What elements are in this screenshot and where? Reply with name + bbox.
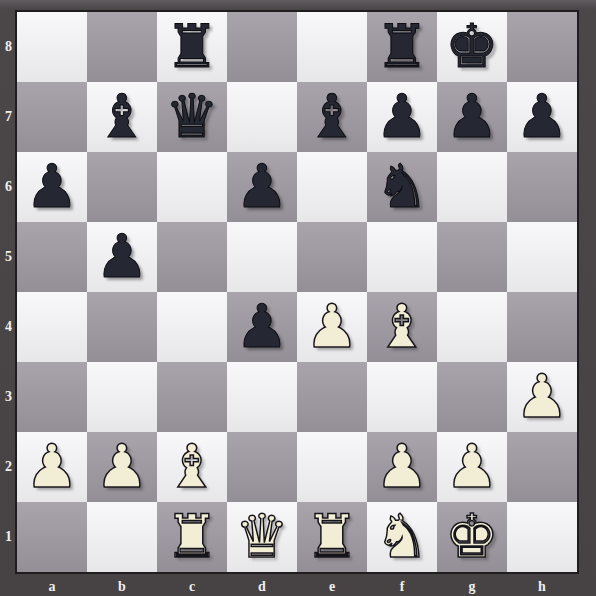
square-g4[interactable] (437, 292, 507, 362)
chess-board: ♜♜♚♝♛♝♟♟♟♟♟♞♟♟♟♝♟♟♟♝♟♟♜♛♜♞♚ (17, 12, 577, 572)
file-label-e: e (297, 577, 367, 596)
piece-white-pawn: ♟ (507, 362, 577, 432)
rank-label-4: 4 (0, 292, 17, 362)
square-f6[interactable]: ♞ (367, 152, 437, 222)
square-f1[interactable]: ♞ (367, 502, 437, 572)
piece-black-bishop: ♝ (87, 82, 157, 152)
piece-white-bishop: ♝ (157, 432, 227, 502)
square-f5[interactable] (367, 222, 437, 292)
square-e6[interactable] (297, 152, 367, 222)
file-label-f: f (367, 577, 437, 596)
piece-black-rook: ♜ (367, 12, 437, 82)
square-a7[interactable] (17, 82, 87, 152)
square-a2[interactable]: ♟ (17, 432, 87, 502)
square-d1[interactable]: ♛ (227, 502, 297, 572)
file-label-c: c (157, 577, 227, 596)
piece-black-pawn: ♟ (227, 152, 297, 222)
square-c5[interactable] (157, 222, 227, 292)
square-d4[interactable]: ♟ (227, 292, 297, 362)
square-b8[interactable] (87, 12, 157, 82)
piece-white-pawn: ♟ (367, 432, 437, 502)
square-b3[interactable] (87, 362, 157, 432)
square-e1[interactable]: ♜ (297, 502, 367, 572)
square-g7[interactable]: ♟ (437, 82, 507, 152)
rank-label-8: 8 (0, 12, 17, 82)
square-a8[interactable] (17, 12, 87, 82)
file-label-b: b (87, 577, 157, 596)
piece-black-king: ♚ (437, 12, 507, 82)
square-h5[interactable] (507, 222, 577, 292)
rank-label-2: 2 (0, 432, 17, 502)
square-h6[interactable] (507, 152, 577, 222)
piece-black-rook: ♜ (157, 12, 227, 82)
file-labels: abcdefgh (17, 577, 577, 596)
rank-label-7: 7 (0, 82, 17, 152)
square-b4[interactable] (87, 292, 157, 362)
piece-black-pawn: ♟ (87, 222, 157, 292)
square-d5[interactable] (227, 222, 297, 292)
square-e3[interactable] (297, 362, 367, 432)
file-label-h: h (507, 577, 577, 596)
square-f8[interactable]: ♜ (367, 12, 437, 82)
piece-black-pawn: ♟ (437, 82, 507, 152)
piece-black-pawn: ♟ (227, 292, 297, 362)
square-c3[interactable] (157, 362, 227, 432)
piece-white-pawn: ♟ (437, 432, 507, 502)
square-e2[interactable] (297, 432, 367, 502)
square-f3[interactable] (367, 362, 437, 432)
piece-black-pawn: ♟ (17, 152, 87, 222)
square-d2[interactable] (227, 432, 297, 502)
square-g2[interactable]: ♟ (437, 432, 507, 502)
square-h8[interactable] (507, 12, 577, 82)
square-e4[interactable]: ♟ (297, 292, 367, 362)
piece-black-pawn: ♟ (367, 82, 437, 152)
square-a1[interactable] (17, 502, 87, 572)
square-c4[interactable] (157, 292, 227, 362)
square-h2[interactable] (507, 432, 577, 502)
piece-white-rook: ♜ (157, 502, 227, 572)
square-h3[interactable]: ♟ (507, 362, 577, 432)
rank-label-3: 3 (0, 362, 17, 432)
square-f7[interactable]: ♟ (367, 82, 437, 152)
square-a6[interactable]: ♟ (17, 152, 87, 222)
board-frame: 87654321 ♜♜♚♝♛♝♟♟♟♟♟♞♟♟♟♝♟♟♟♝♟♟♜♛♜♞♚ abc… (0, 0, 596, 596)
square-a5[interactable] (17, 222, 87, 292)
square-c7[interactable]: ♛ (157, 82, 227, 152)
square-f2[interactable]: ♟ (367, 432, 437, 502)
square-e5[interactable] (297, 222, 367, 292)
square-b2[interactable]: ♟ (87, 432, 157, 502)
square-d6[interactable]: ♟ (227, 152, 297, 222)
rank-label-5: 5 (0, 222, 17, 292)
square-g5[interactable] (437, 222, 507, 292)
square-h7[interactable]: ♟ (507, 82, 577, 152)
square-e8[interactable] (297, 12, 367, 82)
piece-black-pawn: ♟ (507, 82, 577, 152)
square-d3[interactable] (227, 362, 297, 432)
square-c1[interactable]: ♜ (157, 502, 227, 572)
rank-label-6: 6 (0, 152, 17, 222)
rank-labels: 87654321 (0, 12, 17, 572)
piece-white-pawn: ♟ (297, 292, 367, 362)
piece-white-rook: ♜ (297, 502, 367, 572)
file-label-d: d (227, 577, 297, 596)
file-label-a: a (17, 577, 87, 596)
rank-label-1: 1 (0, 502, 17, 572)
square-d7[interactable] (227, 82, 297, 152)
piece-black-bishop: ♝ (297, 82, 367, 152)
square-h4[interactable] (507, 292, 577, 362)
piece-white-pawn: ♟ (17, 432, 87, 502)
piece-white-queen: ♛ (227, 502, 297, 572)
square-b1[interactable] (87, 502, 157, 572)
square-b7[interactable]: ♝ (87, 82, 157, 152)
piece-white-bishop: ♝ (367, 292, 437, 362)
square-b5[interactable]: ♟ (87, 222, 157, 292)
file-label-g: g (437, 577, 507, 596)
square-d8[interactable] (227, 12, 297, 82)
piece-black-queen: ♛ (157, 82, 227, 152)
piece-white-king: ♚ (437, 502, 507, 572)
square-c6[interactable] (157, 152, 227, 222)
square-a4[interactable] (17, 292, 87, 362)
square-b6[interactable] (87, 152, 157, 222)
square-g3[interactable] (437, 362, 507, 432)
square-c8[interactable]: ♜ (157, 12, 227, 82)
square-c2[interactable]: ♝ (157, 432, 227, 502)
square-f4[interactable]: ♝ (367, 292, 437, 362)
square-g1[interactable]: ♚ (437, 502, 507, 572)
square-h1[interactable] (507, 502, 577, 572)
piece-white-knight: ♞ (367, 502, 437, 572)
square-g8[interactable]: ♚ (437, 12, 507, 82)
piece-white-pawn: ♟ (87, 432, 157, 502)
piece-black-knight: ♞ (367, 152, 437, 222)
square-g6[interactable] (437, 152, 507, 222)
square-a3[interactable] (17, 362, 87, 432)
square-e7[interactable]: ♝ (297, 82, 367, 152)
